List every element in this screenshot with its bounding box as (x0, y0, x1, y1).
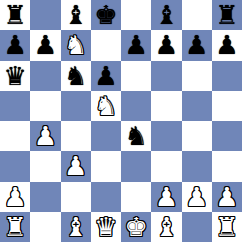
square-a2[interactable]: ♟ (0, 182, 30, 212)
square-a3[interactable] (0, 151, 30, 181)
square-h5[interactable] (212, 91, 242, 121)
square-h3[interactable] (212, 151, 242, 181)
white-queen: ♛ (94, 212, 117, 242)
black-bishop: ♝ (155, 0, 178, 30)
square-g4[interactable] (182, 121, 212, 151)
black-pawn: ♟ (215, 30, 238, 60)
black-queen: ♛ (3, 61, 26, 91)
square-c3[interactable]: ♟ (61, 151, 91, 181)
square-g7[interactable]: ♟ (182, 30, 212, 60)
white-pawn: ♟ (3, 182, 26, 212)
square-b6[interactable] (30, 61, 60, 91)
black-pawn: ♟ (94, 61, 117, 91)
square-c7[interactable]: ♞ (61, 30, 91, 60)
square-e2[interactable] (121, 182, 151, 212)
square-e3[interactable] (121, 151, 151, 181)
square-d2[interactable] (91, 182, 121, 212)
black-pawn: ♟ (185, 30, 208, 60)
square-d3[interactable] (91, 151, 121, 181)
chess-board: ♜♝♚♝♜♟♟♞♟♟♟♟♛♞♟♞♟♞♟♟♟♟♟♜♝♛♚♝♜ (0, 0, 242, 242)
square-a4[interactable] (0, 121, 30, 151)
square-g6[interactable] (182, 61, 212, 91)
black-knight: ♞ (64, 61, 87, 91)
square-c2[interactable] (61, 182, 91, 212)
square-b1[interactable] (30, 212, 60, 242)
square-f8[interactable]: ♝ (151, 0, 181, 30)
black-pawn: ♟ (155, 30, 178, 60)
square-g1[interactable] (182, 212, 212, 242)
square-a6[interactable]: ♛ (0, 61, 30, 91)
black-pawn: ♟ (124, 30, 147, 60)
square-g8[interactable] (182, 0, 212, 30)
square-e6[interactable] (121, 61, 151, 91)
square-g3[interactable] (182, 151, 212, 181)
square-c1[interactable]: ♝ (61, 212, 91, 242)
square-a1[interactable]: ♜ (0, 212, 30, 242)
black-rook: ♜ (3, 0, 26, 30)
black-bishop: ♝ (64, 0, 87, 30)
square-d5[interactable]: ♞ (91, 91, 121, 121)
square-d8[interactable]: ♚ (91, 0, 121, 30)
square-d1[interactable]: ♛ (91, 212, 121, 242)
white-rook: ♜ (3, 212, 26, 242)
square-h7[interactable]: ♟ (212, 30, 242, 60)
square-b4[interactable]: ♟ (30, 121, 60, 151)
white-rook: ♜ (215, 212, 238, 242)
square-a8[interactable]: ♜ (0, 0, 30, 30)
square-h4[interactable] (212, 121, 242, 151)
square-c5[interactable] (61, 91, 91, 121)
square-b5[interactable] (30, 91, 60, 121)
square-e4[interactable]: ♞ (121, 121, 151, 151)
square-e5[interactable] (121, 91, 151, 121)
black-rook: ♜ (215, 0, 238, 30)
square-a7[interactable]: ♟ (0, 30, 30, 60)
square-f1[interactable]: ♝ (151, 212, 181, 242)
white-pawn: ♟ (185, 182, 208, 212)
square-h8[interactable]: ♜ (212, 0, 242, 30)
square-b3[interactable] (30, 151, 60, 181)
black-knight: ♞ (124, 121, 147, 151)
square-d6[interactable]: ♟ (91, 61, 121, 91)
square-e1[interactable]: ♚ (121, 212, 151, 242)
white-king: ♚ (124, 212, 147, 242)
black-king: ♚ (94, 0, 117, 30)
square-f7[interactable]: ♟ (151, 30, 181, 60)
white-pawn: ♟ (64, 151, 87, 181)
square-b8[interactable] (30, 0, 60, 30)
square-f2[interactable]: ♟ (151, 182, 181, 212)
square-d4[interactable] (91, 121, 121, 151)
black-pawn: ♟ (34, 30, 57, 60)
square-f4[interactable] (151, 121, 181, 151)
square-f5[interactable] (151, 91, 181, 121)
square-c8[interactable]: ♝ (61, 0, 91, 30)
square-g5[interactable] (182, 91, 212, 121)
square-h1[interactable]: ♜ (212, 212, 242, 242)
square-e8[interactable] (121, 0, 151, 30)
white-pawn: ♟ (215, 182, 238, 212)
square-h2[interactable]: ♟ (212, 182, 242, 212)
square-g2[interactable]: ♟ (182, 182, 212, 212)
square-f6[interactable] (151, 61, 181, 91)
square-a5[interactable] (0, 91, 30, 121)
white-pawn: ♟ (155, 182, 178, 212)
square-h6[interactable] (212, 61, 242, 91)
white-bishop: ♝ (155, 212, 178, 242)
square-b2[interactable] (30, 182, 60, 212)
square-e7[interactable]: ♟ (121, 30, 151, 60)
square-f3[interactable] (151, 151, 181, 181)
white-bishop: ♝ (64, 212, 87, 242)
white-knight: ♞ (64, 30, 87, 60)
square-d7[interactable] (91, 30, 121, 60)
black-pawn: ♟ (3, 30, 26, 60)
white-knight: ♞ (94, 91, 117, 121)
square-b7[interactable]: ♟ (30, 30, 60, 60)
square-c6[interactable]: ♞ (61, 61, 91, 91)
square-c4[interactable] (61, 121, 91, 151)
white-pawn: ♟ (34, 121, 57, 151)
